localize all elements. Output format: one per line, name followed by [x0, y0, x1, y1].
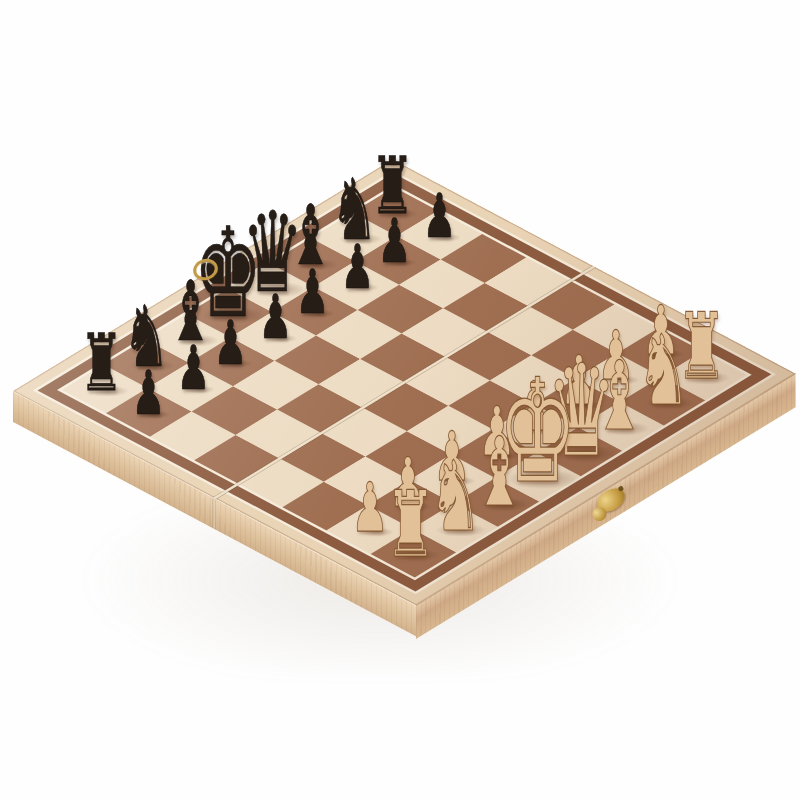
fold-seam-on-side [213, 498, 216, 529]
chess-set-photo: ♜♞♝♚♛♝♞♜♟♟♟♟♟♟♟♟♟♟♟♟♟♟♟♟♜♞♝♚♛♝♞♜ [0, 0, 800, 800]
